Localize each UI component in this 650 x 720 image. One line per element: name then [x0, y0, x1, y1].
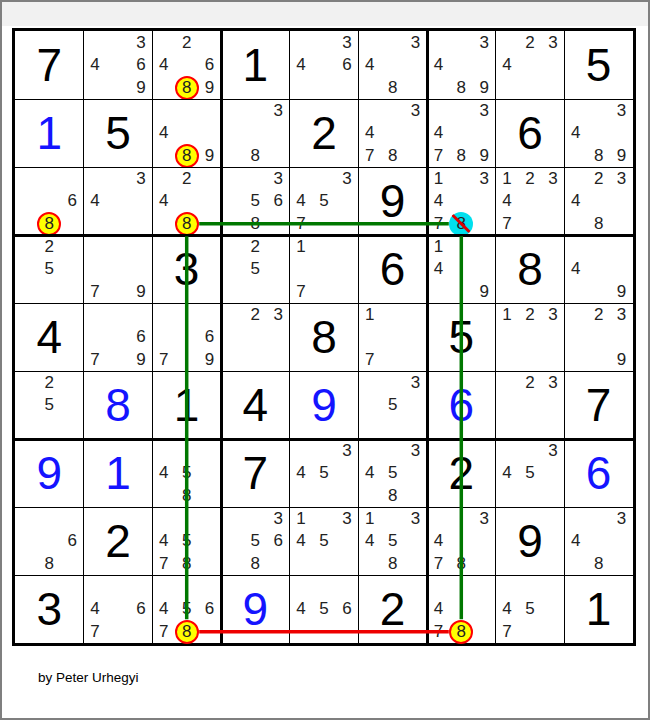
- cell-r9c7[interactable]: 478: [427, 575, 496, 643]
- candidate-6: 6: [61, 190, 84, 213]
- cell-r1c4[interactable]: 1: [221, 31, 290, 99]
- candidate-8: 8: [450, 144, 473, 167]
- candidate-1: [84, 575, 107, 598]
- candidate-8: 8: [175, 76, 198, 99]
- cell-r6c3[interactable]: 1: [152, 371, 221, 439]
- candidate-3: 3: [541, 439, 564, 462]
- cell-r8c2[interactable]: 2: [84, 507, 153, 575]
- candidate-8: [175, 348, 198, 371]
- candidate-1: [84, 167, 107, 190]
- cell-r7c4[interactable]: 7: [221, 439, 290, 507]
- candidate-7: 7: [427, 144, 450, 167]
- cell-r7c6[interactable]: 3458: [358, 439, 427, 507]
- given-digit: 2: [84, 507, 153, 575]
- candidate-3: [198, 31, 221, 54]
- candidate-4: [84, 258, 107, 281]
- candidate-6: [198, 122, 221, 145]
- candidate-9: 9: [473, 280, 496, 303]
- candidate-7: [84, 212, 107, 235]
- candidate-4: 4: [152, 530, 175, 553]
- candidate-4: [564, 326, 587, 349]
- candidate-4: 4: [496, 54, 519, 77]
- candidate-1: [84, 31, 107, 54]
- cell-r1c9[interactable]: 5: [564, 31, 633, 99]
- cell-r2c7[interactable]: 34789: [427, 99, 496, 167]
- candidate-8: 8: [450, 76, 473, 99]
- candidate-5: 5: [175, 598, 198, 621]
- cell-r9c9[interactable]: 1: [564, 575, 633, 643]
- cell-r1c7[interactable]: 3489: [427, 31, 496, 99]
- pencil-marks: 457: [496, 575, 565, 643]
- candidate-7: [15, 552, 38, 575]
- candidate-5: [519, 54, 542, 77]
- cell-r6c7[interactable]: 6: [427, 371, 496, 439]
- candidate-9: [610, 212, 633, 235]
- cell-r9c1[interactable]: 3: [15, 575, 84, 643]
- candidate-7: 7: [496, 620, 519, 643]
- candidate-3: 3: [404, 31, 427, 54]
- solved-digit: 1: [15, 99, 84, 167]
- given-digit: 7: [564, 371, 633, 439]
- candidate-3: [404, 303, 427, 326]
- candidate-9: 9: [198, 348, 221, 371]
- candidate-2: [450, 31, 473, 54]
- cell-line-vertical: [289, 31, 290, 643]
- pencil-marks: 3478: [427, 507, 496, 575]
- candidate-4: [221, 122, 244, 145]
- cell-r5c6[interactable]: 17: [358, 303, 427, 371]
- candidate-1: [564, 303, 587, 326]
- candidate-5: [450, 530, 473, 553]
- cell-r4c4[interactable]: 25: [221, 235, 290, 303]
- pencil-marks: 49: [564, 235, 633, 303]
- cell-r3c9[interactable]: 2348: [564, 167, 633, 235]
- candidate-2: [587, 235, 610, 258]
- candidate-1: [564, 167, 587, 190]
- candidate-7: [564, 144, 587, 167]
- cell-r8c8[interactable]: 9: [496, 507, 565, 575]
- cell-r5c5[interactable]: 8: [290, 303, 359, 371]
- cell-r5c2[interactable]: 679: [84, 303, 153, 371]
- candidate-6: [335, 258, 358, 281]
- cell-r7c8[interactable]: 345: [496, 439, 565, 507]
- candidate-9: 9: [610, 348, 633, 371]
- candidate-9: [335, 76, 358, 99]
- cell-r4c6[interactable]: 6: [358, 235, 427, 303]
- cell-r9c5[interactable]: 456: [290, 575, 359, 643]
- candidate-7: 7: [152, 348, 175, 371]
- candidate-6: [541, 462, 564, 485]
- candidate-1: [221, 507, 244, 530]
- candidate-1: 1: [358, 507, 381, 530]
- cell-r9c3[interactable]: 45678: [152, 575, 221, 643]
- candidate-4: 4: [564, 190, 587, 213]
- pencil-marks: 3457: [290, 167, 359, 235]
- candidate-1: [221, 167, 244, 190]
- candidate-6: [610, 326, 633, 349]
- candidate-4: 4: [427, 258, 450, 281]
- candidate-4: 4: [290, 190, 313, 213]
- cell-r1c5[interactable]: 346: [290, 31, 359, 99]
- pencil-marks: 248: [152, 167, 221, 235]
- candidate-3: 3: [335, 31, 358, 54]
- pencil-marks: 4578: [152, 507, 221, 575]
- pencil-marks: 348: [564, 507, 633, 575]
- candidate-2: [107, 303, 130, 326]
- candidate-9: [267, 212, 290, 235]
- candidate-2: [244, 167, 267, 190]
- candidate-6: [404, 54, 427, 77]
- candidate-9: [541, 212, 564, 235]
- candidate-5: [38, 530, 61, 553]
- top-strip: [2, 2, 648, 26]
- given-digit: 1: [564, 575, 633, 643]
- candidate-6: 6: [129, 326, 152, 349]
- candidate-7: [427, 76, 450, 99]
- cell-line-horizontal: [15, 99, 633, 100]
- cell-r4c1[interactable]: 25: [15, 235, 84, 303]
- candidate-1: [84, 235, 107, 258]
- given-digit: 3: [152, 235, 221, 303]
- cell-r7c1[interactable]: 9: [15, 439, 84, 507]
- candidate-7: [564, 212, 587, 235]
- solved-digit: 6: [427, 371, 496, 439]
- cell-r5c9[interactable]: 239: [564, 303, 633, 371]
- candidate-9: [198, 552, 221, 575]
- candidate-8: 8: [587, 552, 610, 575]
- cell-r3c3[interactable]: 248: [152, 167, 221, 235]
- candidate-5: [381, 54, 404, 77]
- sudoku-board: 7346924689134634834892345154893823478347…: [12, 28, 636, 646]
- cell-r7c9[interactable]: 6: [564, 439, 633, 507]
- candidate-6: [541, 54, 564, 77]
- candidate-7: 7: [84, 280, 107, 303]
- candidate-3: 3: [610, 167, 633, 190]
- cell-r3c8[interactable]: 12347: [496, 167, 565, 235]
- candidate-2: 2: [244, 235, 267, 258]
- candidate-7: [496, 484, 519, 507]
- candidate-2: [244, 507, 267, 530]
- candidate-4: 4: [427, 54, 450, 77]
- cell-r8c6[interactable]: 13458: [358, 507, 427, 575]
- candidate-5: 5: [175, 530, 198, 553]
- candidate-8: [107, 280, 130, 303]
- cell-r5c3[interactable]: 679: [152, 303, 221, 371]
- pencil-marks: 3469: [84, 31, 153, 99]
- cell-r4c7[interactable]: 149: [427, 235, 496, 303]
- candidate-5: 5: [175, 462, 198, 485]
- candidate-2: [313, 31, 336, 54]
- cell-r1c6[interactable]: 348: [358, 31, 427, 99]
- candidate-9: [473, 620, 496, 643]
- cell-r6c9[interactable]: 7: [564, 371, 633, 439]
- candidate-3: 3: [541, 371, 564, 394]
- candidate-5: [244, 326, 267, 349]
- cell-r4c2[interactable]: 79: [84, 235, 153, 303]
- candidate-9: [404, 416, 427, 439]
- cell-r6c4[interactable]: 4: [221, 371, 290, 439]
- candidate-9: [404, 348, 427, 371]
- candidate-7: 7: [290, 212, 313, 235]
- given-digit: 5: [84, 99, 153, 167]
- candidate-4: [221, 326, 244, 349]
- cell-r2c2[interactable]: 5: [84, 99, 153, 167]
- cell-r6c1[interactable]: 25: [15, 371, 84, 439]
- cell-line-vertical: [152, 31, 153, 643]
- cell-r8c1[interactable]: 68: [15, 507, 84, 575]
- cell-r3c1[interactable]: 68: [15, 167, 84, 235]
- cell-r5c8[interactable]: 123: [496, 303, 565, 371]
- pencil-marks: 3489: [427, 31, 496, 99]
- candidate-4: 4: [496, 462, 519, 485]
- candidate-8: [519, 484, 542, 507]
- pencil-marks: 679: [152, 303, 221, 371]
- candidate-5: 5: [313, 530, 336, 553]
- candidate-6: [198, 530, 221, 553]
- candidate-2: 2: [38, 371, 61, 394]
- cell-r8c4[interactable]: 3568: [221, 507, 290, 575]
- candidate-4: 4: [290, 598, 313, 621]
- cell-r4c9[interactable]: 49: [564, 235, 633, 303]
- pencil-marks: 149: [427, 235, 496, 303]
- candidate-5: [381, 122, 404, 145]
- pencil-marks: 23: [221, 303, 290, 371]
- box-line-horizontal: [15, 234, 633, 237]
- cell-r8c3[interactable]: 4578: [152, 507, 221, 575]
- pencil-marks: 489: [152, 99, 221, 167]
- candidate-1: [358, 99, 381, 122]
- cell-r5c1[interactable]: 4: [15, 303, 84, 371]
- candidate-4: 4: [84, 190, 107, 213]
- cell-r9c8[interactable]: 457: [496, 575, 565, 643]
- candidate-9: 9: [473, 144, 496, 167]
- candidate-5: [519, 394, 542, 417]
- candidate-2: [381, 507, 404, 530]
- candidate-4: 4: [564, 258, 587, 281]
- candidate-1: [427, 575, 450, 598]
- candidate-2: [313, 167, 336, 190]
- candidate-5: [175, 190, 198, 213]
- pencil-marks: 13458: [358, 507, 427, 575]
- candidate-9: [198, 484, 221, 507]
- candidate-2: 2: [587, 167, 610, 190]
- candidate-4: [15, 530, 38, 553]
- cell-r1c2[interactable]: 3469: [84, 31, 153, 99]
- solved-digit: 8: [84, 371, 153, 439]
- candidate-2: 2: [244, 303, 267, 326]
- cell-r7c7[interactable]: 2: [427, 439, 496, 507]
- candidate-4: [152, 326, 175, 349]
- candidate-1: [358, 31, 381, 54]
- candidate-5: 5: [519, 462, 542, 485]
- candidate-7: [15, 212, 38, 235]
- candidate-2: [175, 507, 198, 530]
- pencil-marks: 34: [84, 167, 153, 235]
- pencil-marks: 45678: [152, 575, 221, 643]
- candidate-2: 2: [519, 303, 542, 326]
- candidate-6: 6: [335, 54, 358, 77]
- candidate-1: 1: [358, 303, 381, 326]
- candidate-1: [496, 439, 519, 462]
- candidate-1: [427, 31, 450, 54]
- pencil-marks: 239: [564, 303, 633, 371]
- cell-r8c5[interactable]: 1345: [290, 507, 359, 575]
- candidate-5: [450, 190, 473, 213]
- candidate-6: [404, 122, 427, 145]
- candidate-7: 7: [152, 620, 175, 643]
- given-digit: 8: [496, 235, 565, 303]
- candidate-4: [496, 326, 519, 349]
- candidate-3: [335, 575, 358, 598]
- cell-r6c6[interactable]: 35: [358, 371, 427, 439]
- candidate-8: [313, 484, 336, 507]
- cell-r1c8[interactable]: 234: [496, 31, 565, 99]
- cell-r9c4[interactable]: 9: [221, 575, 290, 643]
- candidate-1: [496, 31, 519, 54]
- candidate-8: [587, 348, 610, 371]
- cell-r2c5[interactable]: 2: [290, 99, 359, 167]
- candidate-5: [244, 122, 267, 145]
- candidate-9: [61, 280, 84, 303]
- candidate-7: [290, 552, 313, 575]
- candidate-4: 4: [358, 54, 381, 77]
- cell-r8c9[interactable]: 348: [564, 507, 633, 575]
- cell-r7c3[interactable]: 458: [152, 439, 221, 507]
- pencil-marks: 348: [358, 31, 427, 99]
- candidate-4: [358, 394, 381, 417]
- candidate-6: [610, 190, 633, 213]
- candidate-4: 4: [290, 462, 313, 485]
- candidate-2: [107, 31, 130, 54]
- cell-r2c6[interactable]: 3478: [358, 99, 427, 167]
- candidate-1: [15, 371, 38, 394]
- candidate-2: [38, 507, 61, 530]
- pencil-marks: 234: [496, 31, 565, 99]
- candidate-6: [473, 54, 496, 77]
- cell-r4c8[interactable]: 8: [496, 235, 565, 303]
- cell-r3c6[interactable]: 9: [358, 167, 427, 235]
- candidate-7: [152, 76, 175, 99]
- cell-r9c6[interactable]: 2: [358, 575, 427, 643]
- candidate-3: [198, 507, 221, 530]
- candidate-8: 8: [450, 552, 473, 575]
- candidate-3: 3: [541, 303, 564, 326]
- cell-r4c3[interactable]: 3: [152, 235, 221, 303]
- cell-r6c8[interactable]: 23: [496, 371, 565, 439]
- candidate-2: [450, 167, 473, 190]
- candidate-1: 1: [427, 167, 450, 190]
- cell-r7c5[interactable]: 345: [290, 439, 359, 507]
- candidate-8: [381, 416, 404, 439]
- cell-r6c2[interactable]: 8: [84, 371, 153, 439]
- pencil-marks: 478: [427, 575, 496, 643]
- cell-r9c2[interactable]: 467: [84, 575, 153, 643]
- candidate-8: 8: [587, 144, 610, 167]
- candidate-7: [221, 552, 244, 575]
- candidate-9: 9: [198, 76, 221, 99]
- cell-r5c4[interactable]: 23: [221, 303, 290, 371]
- cell-r3c7[interactable]: 13478: [427, 167, 496, 235]
- candidate-7: 7: [152, 552, 175, 575]
- candidate-3: [198, 167, 221, 190]
- candidate-6: 6: [129, 598, 152, 621]
- candidate-8: [313, 76, 336, 99]
- candidate-1: [290, 575, 313, 598]
- candidate-9: [129, 212, 152, 235]
- cell-r2c1[interactable]: 1: [15, 99, 84, 167]
- candidate-7: 7: [358, 144, 381, 167]
- candidate-7: [564, 348, 587, 371]
- cell-r3c5[interactable]: 3457: [290, 167, 359, 235]
- given-digit: 2: [427, 439, 496, 507]
- cell-r1c3[interactable]: 24689: [152, 31, 221, 99]
- cell-r4c5[interactable]: 17: [290, 235, 359, 303]
- candidate-2: [587, 507, 610, 530]
- candidate-5: [175, 122, 198, 145]
- candidate-7: [221, 348, 244, 371]
- candidate-2: [450, 507, 473, 530]
- candidate-6: [473, 258, 496, 281]
- candidate-5: 5: [313, 190, 336, 213]
- candidate-9: [335, 280, 358, 303]
- candidate-7: 7: [84, 348, 107, 371]
- candidate-8: [313, 212, 336, 235]
- cell-r2c3[interactable]: 489: [152, 99, 221, 167]
- candidate-7: [221, 280, 244, 303]
- candidate-8: [519, 416, 542, 439]
- cell-r7c2[interactable]: 1: [84, 439, 153, 507]
- candidate-3: 3: [473, 31, 496, 54]
- cell-r3c4[interactable]: 3568: [221, 167, 290, 235]
- cell-r1c1[interactable]: 7: [15, 31, 84, 99]
- candidate-9: 9: [610, 144, 633, 167]
- given-digit: 5: [564, 31, 633, 99]
- candidate-4: [221, 258, 244, 281]
- candidate-9: [61, 552, 84, 575]
- candidate-7: [358, 76, 381, 99]
- candidate-3: [267, 235, 290, 258]
- candidate-2: [313, 507, 336, 530]
- candidate-2: [381, 31, 404, 54]
- candidate-8: 8: [381, 144, 404, 167]
- pencil-marks: 68: [15, 167, 84, 235]
- candidate-5: 5: [381, 530, 404, 553]
- box-line-horizontal: [15, 438, 633, 441]
- cell-r8c7[interactable]: 3478: [427, 507, 496, 575]
- candidate-2: [107, 235, 130, 258]
- given-digit: 7: [15, 31, 84, 99]
- candidate-5: 5: [313, 598, 336, 621]
- cell-r3c2[interactable]: 34: [84, 167, 153, 235]
- candidate-9: [541, 484, 564, 507]
- candidate-9: 9: [198, 144, 221, 167]
- candidate-7: [290, 484, 313, 507]
- candidate-5: [107, 190, 130, 213]
- candidate-5: [175, 326, 198, 349]
- candidate-6: [335, 462, 358, 485]
- cell-r6c5[interactable]: 9: [290, 371, 359, 439]
- candidate-5: 5: [381, 462, 404, 485]
- window-frame: 7346924689134634834892345154893823478347…: [0, 0, 650, 720]
- cell-line-vertical: [83, 31, 84, 643]
- candidate-4: [15, 394, 38, 417]
- candidate-6: [541, 598, 564, 621]
- cell-r2c4[interactable]: 38: [221, 99, 290, 167]
- cell-r2c9[interactable]: 3489: [564, 99, 633, 167]
- cell-r2c8[interactable]: 6: [496, 99, 565, 167]
- candidate-6: [541, 326, 564, 349]
- cell-r5c7[interactable]: 5: [427, 303, 496, 371]
